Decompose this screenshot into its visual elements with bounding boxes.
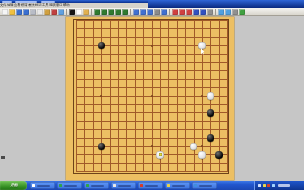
- mark-number-icon[interactable]: [200, 9, 206, 15]
- taskbar-buttons: [30, 182, 217, 189]
- menu-item[interactable]: 编辑: [7, 4, 14, 7]
- toolbar-separator: [169, 9, 170, 15]
- taskbar-button-label: [37, 185, 50, 187]
- start-button[interactable]: 开始: [0, 181, 27, 190]
- taskbar-button-icon: [32, 184, 35, 187]
- white-stone-L3[interactable]: [156, 151, 164, 159]
- white-stone-icon[interactable]: [76, 9, 82, 15]
- taskbar-button-icon: [194, 184, 197, 187]
- toolbar-separator: [215, 9, 216, 15]
- print-icon[interactable]: [30, 9, 36, 15]
- save-icon[interactable]: [16, 9, 22, 15]
- variation-up-icon[interactable]: [133, 9, 139, 15]
- menu-item[interactable]: 标记: [35, 4, 42, 7]
- menu-item[interactable]: 工具: [42, 4, 49, 7]
- white-stone-P4[interactable]: [190, 143, 198, 151]
- menu-item[interactable]: 选项: [49, 4, 56, 7]
- menu-item[interactable]: 棋谱: [21, 4, 28, 7]
- taskbar: 开始: [0, 181, 304, 190]
- menu-item[interactable]: 文件: [0, 4, 7, 7]
- settings-icon[interactable]: [232, 9, 238, 15]
- rotate-board-icon[interactable]: [225, 9, 231, 15]
- black-stone-D4[interactable]: [98, 143, 106, 151]
- taskbar-button-label: [199, 185, 212, 187]
- taskbar-button-label: [118, 185, 131, 187]
- antivirus-icon[interactable]: [267, 184, 270, 187]
- taskbar-window-button[interactable]: [111, 182, 136, 189]
- mark-letter-icon[interactable]: [193, 9, 199, 15]
- board-intersections[interactable]: [72, 16, 231, 175]
- mark-triangle-icon[interactable]: [172, 9, 178, 15]
- black-stone-R8[interactable]: [207, 109, 215, 117]
- mark-square-icon[interactable]: [179, 9, 185, 15]
- volume-icon[interactable]: [258, 184, 261, 187]
- tray-icons: [258, 184, 276, 187]
- taskbar-button-icon: [113, 184, 116, 187]
- menu-item[interactable]: 着法: [28, 4, 35, 7]
- save-all-icon[interactable]: [23, 9, 29, 15]
- star-point: [151, 145, 153, 147]
- board-setup-icon[interactable]: [83, 9, 89, 15]
- new-file-icon[interactable]: [2, 9, 8, 15]
- taskbar-button-icon: [59, 184, 62, 187]
- next-move-icon[interactable]: [115, 9, 121, 15]
- menu-item[interactable]: 窗口: [56, 4, 63, 7]
- menu-item[interactable]: 帮助: [63, 4, 70, 7]
- toolbar: [0, 8, 304, 16]
- star-point: [151, 45, 153, 47]
- taskbar-clock: [278, 184, 290, 187]
- taskbar-window-button[interactable]: [30, 182, 55, 189]
- star-point: [201, 145, 203, 147]
- taskbar-button-icon: [86, 184, 89, 187]
- toolbar-separator: [66, 9, 67, 15]
- pass-icon[interactable]: [154, 9, 160, 15]
- white-stone-Q16[interactable]: [198, 42, 206, 50]
- delete-icon[interactable]: [51, 9, 57, 15]
- paste-icon[interactable]: [44, 9, 50, 15]
- taskbar-window-button[interactable]: [165, 182, 190, 189]
- previous-move-icon[interactable]: [108, 9, 114, 15]
- input-method-icon[interactable]: [263, 184, 266, 187]
- copy-icon[interactable]: [37, 9, 43, 15]
- taskbar-window-button[interactable]: [84, 182, 109, 189]
- mark-circle-icon[interactable]: [186, 9, 192, 15]
- go-board[interactable]: [66, 17, 234, 180]
- black-stone-D16[interactable]: [98, 42, 106, 50]
- taskbar-window-button[interactable]: [138, 182, 163, 189]
- star-point: [100, 95, 102, 97]
- variation-down-icon[interactable]: [140, 9, 146, 15]
- taskbar-window-button[interactable]: [57, 182, 82, 189]
- help-icon[interactable]: [239, 9, 245, 15]
- taskbar-window-button[interactable]: [192, 182, 217, 189]
- open-file-icon[interactable]: [9, 9, 15, 15]
- first-move-icon[interactable]: [94, 9, 100, 15]
- black-stone-R5[interactable]: [207, 134, 215, 142]
- network-icon[interactable]: [272, 184, 275, 187]
- clear-marks-icon[interactable]: [207, 9, 213, 15]
- menu-bar-right-area: [148, 0, 304, 8]
- taskbar-button-label: [91, 185, 104, 187]
- game-tree-icon[interactable]: [147, 9, 153, 15]
- black-stone-S3[interactable]: [215, 151, 223, 159]
- star-point: [151, 95, 153, 97]
- system-tray: [254, 181, 304, 190]
- last-move-icon[interactable]: [122, 9, 128, 15]
- menu-item[interactable]: 查看: [14, 4, 21, 7]
- last-move-marker: [159, 153, 162, 156]
- taskbar-button-label: [64, 185, 77, 187]
- star-point: [201, 95, 203, 97]
- workspace-artifact: [1, 156, 5, 159]
- taskbar-button-icon: [140, 184, 143, 187]
- toolbar-separator: [91, 9, 92, 15]
- back-10-icon[interactable]: [101, 9, 107, 15]
- main-line-icon[interactable]: [161, 9, 167, 15]
- taskbar-button-icon: [167, 184, 170, 187]
- white-stone-R10[interactable]: [207, 92, 215, 100]
- black-stone-icon[interactable]: [69, 9, 75, 15]
- game-info-icon[interactable]: [58, 9, 64, 15]
- taskbar-button-label: [172, 185, 185, 187]
- zoom-icon[interactable]: [218, 9, 224, 15]
- desktop: 文件编辑查看棋谱着法标记工具选项窗口帮助 开始: [0, 0, 304, 190]
- taskbar-button-label: [145, 185, 158, 187]
- start-button-label: 开始: [10, 183, 17, 188]
- toolbar-separator: [130, 9, 131, 15]
- white-stone-Q3[interactable]: [198, 151, 206, 159]
